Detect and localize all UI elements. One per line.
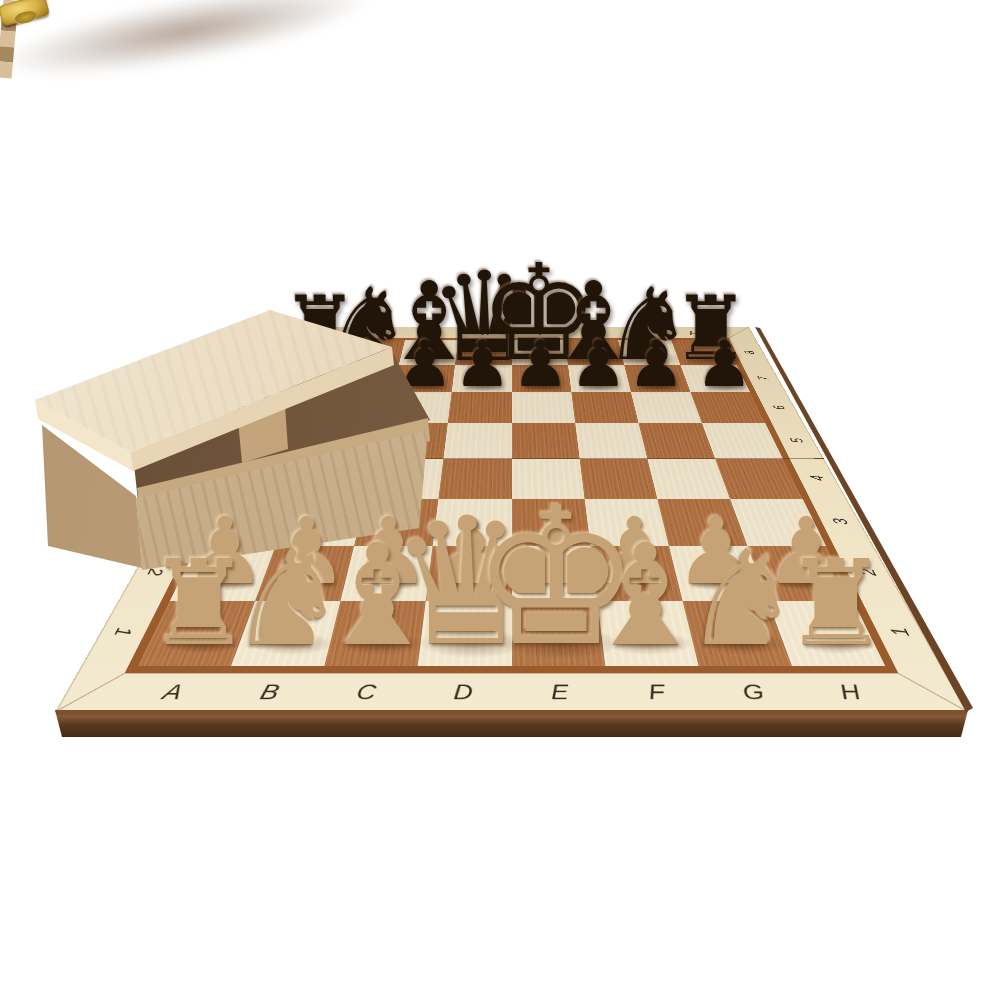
white-rook-h1: ♜ [777, 544, 895, 662]
box-shadow [0, 0, 373, 94]
brass-latch-icon [0, 0, 50, 26]
product-photo: AABBCCDDEEFFGGHH1122334455667788 ♜♞♝♛♚♝♞… [0, 0, 1000, 1000]
